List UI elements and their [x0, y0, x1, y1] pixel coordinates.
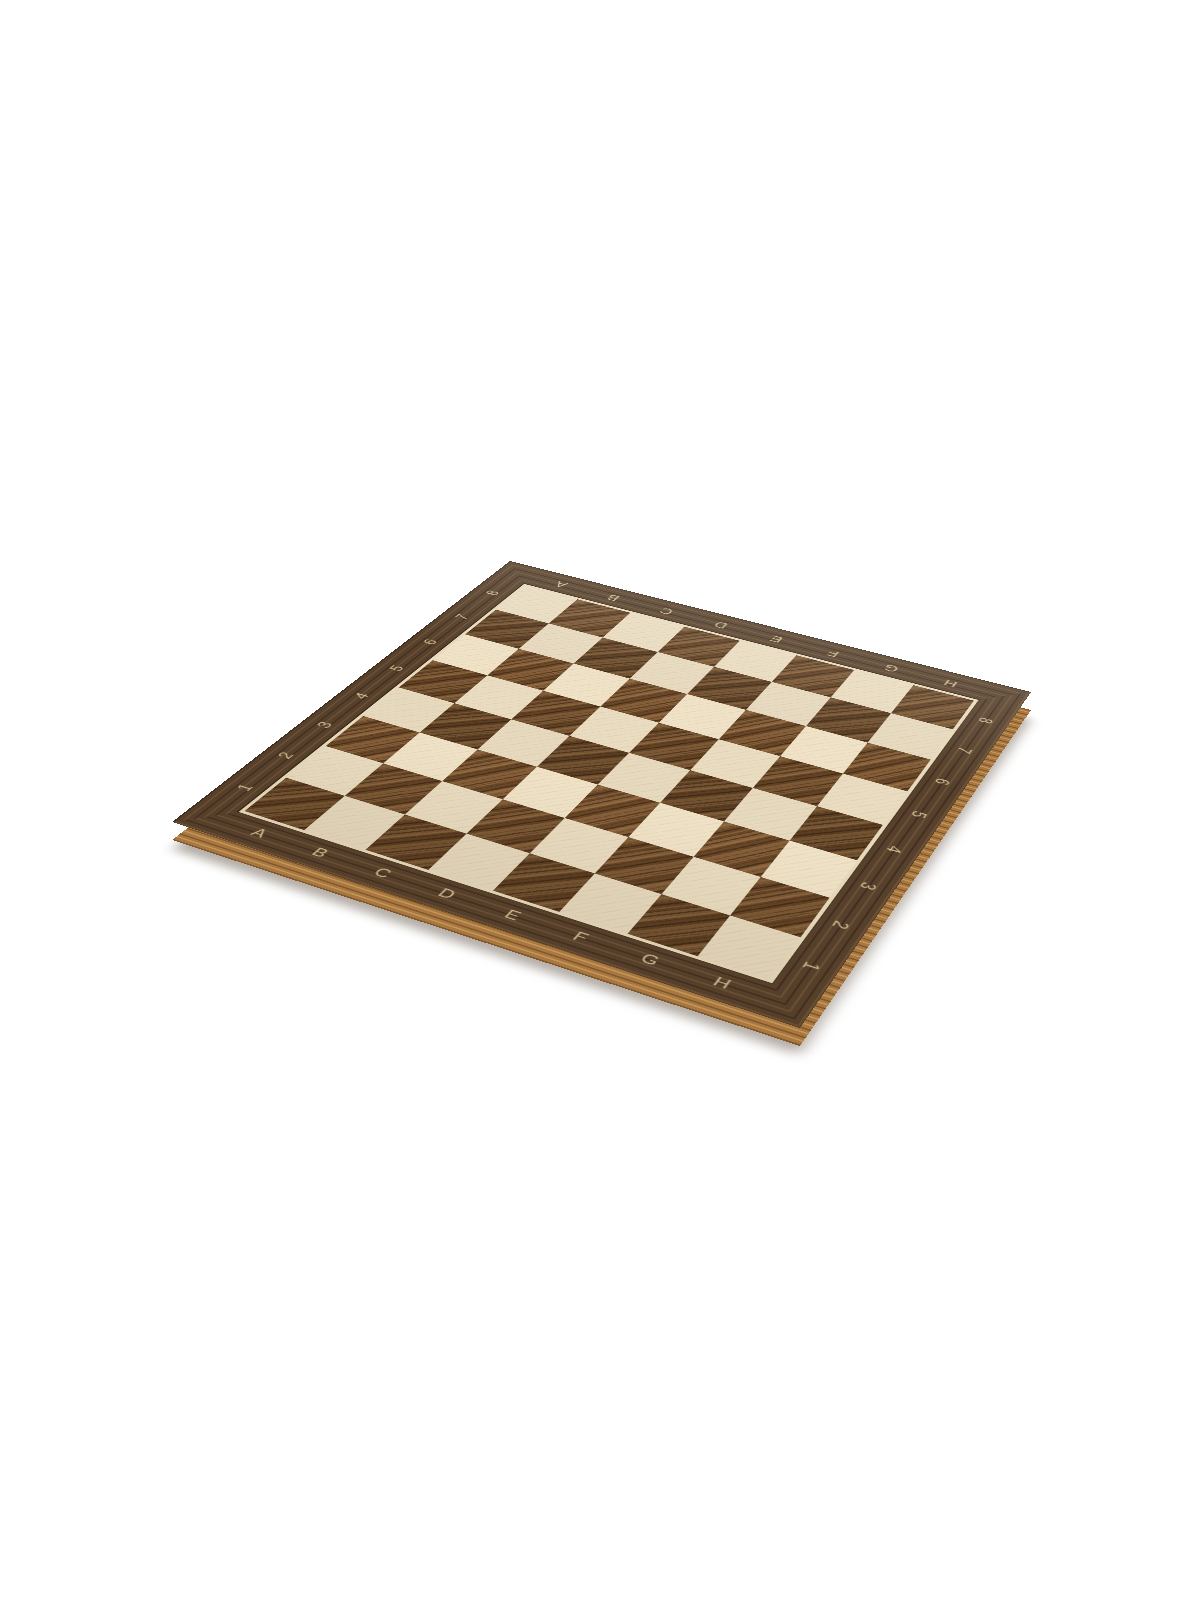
product-photo-scene: AA88BB77CC66DD55EE44FF33GG22HH11	[0, 0, 1200, 1600]
chess-board: AA88BB77CC66DD55EE44FF33GG22HH11	[172, 561, 1031, 1028]
